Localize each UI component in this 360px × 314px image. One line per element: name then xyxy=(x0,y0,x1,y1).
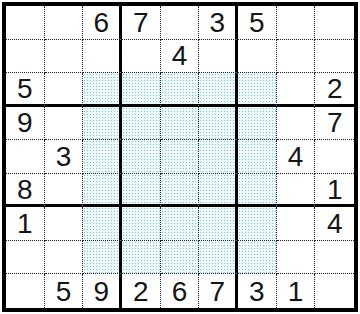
cell-r6c6[interactable] xyxy=(199,174,238,208)
cell-r1c5[interactable] xyxy=(161,6,200,40)
cell-r5c4[interactable] xyxy=(122,140,161,174)
cell-r4c8[interactable] xyxy=(277,107,316,141)
cell-r6c2[interactable] xyxy=(45,174,84,208)
cell-r3c1[interactable]: 5 xyxy=(6,73,45,107)
cell-r2c9[interactable] xyxy=(315,40,354,74)
cell-r5c3[interactable] xyxy=(83,140,122,174)
cell-r7c5[interactable] xyxy=(161,207,200,241)
cell-r1c7[interactable]: 5 xyxy=(238,6,277,40)
cell-r6c7[interactable] xyxy=(238,174,277,208)
cell-r7c9[interactable]: 4 xyxy=(315,207,354,241)
cell-r9c6[interactable]: 7 xyxy=(199,274,238,308)
cell-r8c2[interactable] xyxy=(45,241,84,275)
cell-r2c6[interactable] xyxy=(199,40,238,74)
cell-r6c5[interactable] xyxy=(161,174,200,208)
cell-r9c4[interactable]: 2 xyxy=(122,274,161,308)
cell-r2c4[interactable] xyxy=(122,40,161,74)
cell-r5c5[interactable] xyxy=(161,140,200,174)
cell-r2c2[interactable] xyxy=(45,40,84,74)
cell-r9c3[interactable]: 9 xyxy=(83,274,122,308)
cell-r1c1[interactable] xyxy=(6,6,45,40)
cell-r1c4[interactable]: 7 xyxy=(122,6,161,40)
cell-r3c2[interactable] xyxy=(45,73,84,107)
cell-r6c9[interactable]: 1 xyxy=(315,174,354,208)
cell-r9c7[interactable]: 3 xyxy=(238,274,277,308)
cell-r2c1[interactable] xyxy=(6,40,45,74)
cell-r8c1[interactable] xyxy=(6,241,45,275)
sudoku-board: 6735452973481145926731 xyxy=(2,2,358,312)
cell-r1c9[interactable] xyxy=(315,6,354,40)
cell-r3c8[interactable] xyxy=(277,73,316,107)
cell-r4c5[interactable] xyxy=(161,107,200,141)
cell-r4c1[interactable]: 9 xyxy=(6,107,45,141)
cell-r7c3[interactable] xyxy=(83,207,122,241)
cell-r4c9[interactable]: 7 xyxy=(315,107,354,141)
cell-r8c9[interactable] xyxy=(315,241,354,275)
cell-r4c4[interactable] xyxy=(122,107,161,141)
cell-r4c6[interactable] xyxy=(199,107,238,141)
cell-r3c6[interactable] xyxy=(199,73,238,107)
cell-r7c1[interactable]: 1 xyxy=(6,207,45,241)
cell-r8c8[interactable] xyxy=(277,241,316,275)
cell-r9c9[interactable] xyxy=(315,274,354,308)
cell-r8c6[interactable] xyxy=(199,241,238,275)
cell-r9c2[interactable]: 5 xyxy=(45,274,84,308)
cell-r8c4[interactable] xyxy=(122,241,161,275)
cell-r1c3[interactable]: 6 xyxy=(83,6,122,40)
cell-r7c4[interactable] xyxy=(122,207,161,241)
cell-r2c3[interactable] xyxy=(83,40,122,74)
cell-r6c1[interactable]: 8 xyxy=(6,174,45,208)
cell-r1c2[interactable] xyxy=(45,6,84,40)
cell-r4c2[interactable] xyxy=(45,107,84,141)
cell-r2c5[interactable]: 4 xyxy=(161,40,200,74)
cell-r6c4[interactable] xyxy=(122,174,161,208)
cell-r5c6[interactable] xyxy=(199,140,238,174)
cell-r5c7[interactable] xyxy=(238,140,277,174)
cell-r5c8[interactable]: 4 xyxy=(277,140,316,174)
cell-r3c4[interactable] xyxy=(122,73,161,107)
cell-r4c7[interactable] xyxy=(238,107,277,141)
cell-r2c7[interactable] xyxy=(238,40,277,74)
cell-r3c5[interactable] xyxy=(161,73,200,107)
cell-r6c8[interactable] xyxy=(277,174,316,208)
cell-r9c1[interactable] xyxy=(6,274,45,308)
cell-r7c8[interactable] xyxy=(277,207,316,241)
cell-r5c9[interactable] xyxy=(315,140,354,174)
cell-r5c2[interactable]: 3 xyxy=(45,140,84,174)
cell-r3c3[interactable] xyxy=(83,73,122,107)
cell-r3c9[interactable]: 2 xyxy=(315,73,354,107)
cell-r9c8[interactable]: 1 xyxy=(277,274,316,308)
cell-r3c7[interactable] xyxy=(238,73,277,107)
cell-r7c6[interactable] xyxy=(199,207,238,241)
cell-r8c3[interactable] xyxy=(83,241,122,275)
cell-r7c7[interactable] xyxy=(238,207,277,241)
cell-r8c7[interactable] xyxy=(238,241,277,275)
cell-r6c3[interactable] xyxy=(83,174,122,208)
cell-r4c3[interactable] xyxy=(83,107,122,141)
cell-r2c8[interactable] xyxy=(277,40,316,74)
cell-r5c1[interactable] xyxy=(6,140,45,174)
cell-r1c6[interactable]: 3 xyxy=(199,6,238,40)
cell-r7c2[interactable] xyxy=(45,207,84,241)
cell-r9c5[interactable]: 6 xyxy=(161,274,200,308)
cell-r8c5[interactable] xyxy=(161,241,200,275)
cell-r1c8[interactable] xyxy=(277,6,316,40)
